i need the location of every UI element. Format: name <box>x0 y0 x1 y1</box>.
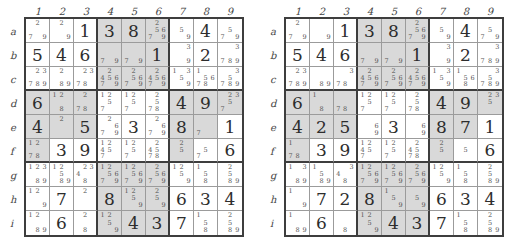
cell-i3[interactable]: 28 <box>74 211 98 235</box>
cell-i6[interactable]: 3 <box>406 211 430 235</box>
big-digit: 3 <box>194 187 217 210</box>
cell-e8[interactable]: 7 <box>454 115 478 139</box>
cell-d6[interactable]: 2578 <box>146 91 170 115</box>
big-digit: 1 <box>406 43 428 66</box>
cell-b5[interactable]: 79 <box>122 43 146 67</box>
candidates: 128 <box>50 91 73 114</box>
candidates: 28 <box>74 211 96 235</box>
cell-h1[interactable]: 19 <box>286 187 310 211</box>
cell-a1[interactable]: 279 <box>26 19 50 43</box>
cell-g2[interactable]: 12589 <box>50 163 74 187</box>
cell-h2[interactable]: 7 <box>50 187 74 211</box>
row-label-d: d <box>10 91 24 115</box>
cell-f4[interactable]: 12457 <box>358 139 382 163</box>
candidates: 348 <box>334 163 356 186</box>
cell-e7[interactable]: 8 <box>170 115 194 139</box>
big-digit: 6 <box>430 187 453 210</box>
candidates: 39 <box>170 43 193 66</box>
cell-g5[interactable]: 125679 <box>122 163 146 187</box>
cell-h8[interactable]: 3 <box>194 187 218 211</box>
cell-d3[interactable]: 78 <box>334 91 358 115</box>
cell-a9[interactable]: 579 <box>218 19 242 43</box>
cell-d9[interactable]: 235 <box>478 91 502 115</box>
big-digit: 6 <box>286 91 309 114</box>
candidates: 579 <box>218 19 242 42</box>
candidates: 25679 <box>406 19 428 42</box>
candidates: 158 <box>194 211 217 235</box>
cell-f2[interactable]: 3 <box>310 139 334 163</box>
cell-f9[interactable]: 6 <box>218 139 242 163</box>
cell-c5[interactable]: 25679 <box>382 67 406 91</box>
candidates: 1257 <box>98 91 121 114</box>
cell-d4[interactable]: 1257 <box>98 91 122 115</box>
cell-c3[interactable]: 378 <box>334 67 358 91</box>
cell-i1[interactable]: 189 <box>286 211 310 235</box>
cell-d1[interactable]: 6 <box>26 91 50 115</box>
cell-g7[interactable]: 1259 <box>430 163 454 187</box>
row-label-b: b <box>270 43 284 67</box>
col-label-6: 6 <box>406 6 430 17</box>
cell-a9[interactable]: 579 <box>478 19 502 43</box>
cell-h4[interactable]: 8 <box>358 187 382 211</box>
left-column-labels: 123456789 <box>24 1 244 17</box>
candidates: 24578 <box>406 139 428 161</box>
candidates: 1389 <box>286 163 309 186</box>
cell-f3[interactable]: 9 <box>74 139 98 163</box>
cell-g6[interactable]: 25679 <box>406 163 430 187</box>
cell-h6[interactable]: 59 <box>406 187 430 211</box>
cell-a8[interactable]: 4 <box>194 19 218 43</box>
big-digit: 6 <box>218 139 242 161</box>
cell-g8[interactable]: 158 <box>454 163 478 187</box>
cell-b9[interactable]: 3789 <box>218 43 242 67</box>
cell-g1[interactable]: 12389 <box>26 163 50 187</box>
cell-f8[interactable]: 57 <box>194 139 218 163</box>
col-label-3: 3 <box>74 6 98 17</box>
cell-i6[interactable]: 3 <box>146 211 170 235</box>
candidates: 279 <box>26 19 49 42</box>
cell-g4[interactable]: 125679 <box>358 163 382 187</box>
big-digit: 1 <box>218 115 242 138</box>
cell-g6[interactable]: 25679 <box>146 163 170 187</box>
cell-e2[interactable]: 2 <box>310 115 334 139</box>
candidates: 39 <box>430 43 453 66</box>
big-digit: 3 <box>50 139 73 161</box>
cell-c3[interactable]: 2378 <box>74 67 98 91</box>
cell-h1[interactable]: 129 <box>26 187 50 211</box>
candidates: 2578 <box>406 91 428 114</box>
cell-e1[interactable]: 4 <box>26 115 50 139</box>
big-digit: 4 <box>478 187 502 210</box>
cell-c1[interactable]: 23789 <box>26 67 50 91</box>
candidates: 2589 <box>478 211 502 235</box>
candidates: 1257 <box>122 139 145 161</box>
candidates: 125679 <box>122 163 145 186</box>
col-label-1: 1 <box>286 6 310 17</box>
candidates: 69 <box>406 115 428 138</box>
row-label-g: g <box>10 163 24 187</box>
col-label-7: 7 <box>430 6 454 17</box>
right-sudoku-board: 2799138256795945795467979139237892378989… <box>284 17 504 237</box>
big-digit: 3 <box>310 139 333 161</box>
cell-i8[interactable]: 158 <box>194 211 218 235</box>
cell-g9[interactable]: 2589 <box>478 163 502 187</box>
big-digit: 2 <box>194 43 217 66</box>
cell-e2[interactable]: 2 <box>50 115 74 139</box>
candidates: 59 <box>430 19 453 42</box>
cell-i9[interactable]: 2589 <box>218 211 242 235</box>
candidates: 15678 <box>194 67 217 89</box>
cell-h7[interactable]: 6 <box>170 187 194 211</box>
big-digit: 5 <box>334 115 356 138</box>
candidates: 2 <box>50 115 73 138</box>
cell-a4[interactable]: 3 <box>98 19 122 43</box>
col-label-4: 4 <box>98 6 122 17</box>
candidates: 25679 <box>382 67 405 89</box>
big-digit: 6 <box>310 211 333 235</box>
big-digit: 4 <box>286 115 309 138</box>
cell-h8[interactable]: 3 <box>454 187 478 211</box>
cell-c4[interactable]: 245679 <box>358 67 382 91</box>
cell-d9[interactable]: 2357 <box>218 91 242 115</box>
cell-c9[interactable]: 35789 <box>478 67 502 91</box>
cell-i2[interactable]: 6 <box>50 211 74 235</box>
big-digit: 6 <box>26 91 49 114</box>
candidates: 245679 <box>358 67 381 89</box>
cell-b4[interactable]: 79 <box>358 43 382 67</box>
candidates: 1257 <box>382 139 405 161</box>
cell-f2[interactable]: 3 <box>50 139 74 163</box>
candidates: 1359 <box>430 67 453 89</box>
cell-d5[interactable]: 1257 <box>122 91 146 115</box>
big-digit: 1 <box>334 19 356 42</box>
candidates: 1259 <box>358 211 381 235</box>
cell-b6[interactable]: 1 <box>146 43 170 67</box>
candidates: 2578 <box>146 91 168 114</box>
cell-i1[interactable]: 1289 <box>26 211 50 235</box>
cell-h2[interactable]: 7 <box>310 187 334 211</box>
cell-e9[interactable]: 1 <box>218 115 242 139</box>
cell-f5[interactable]: 1257 <box>382 139 406 163</box>
cell-c8[interactable]: 1568 <box>454 67 478 91</box>
candidates: 12389 <box>26 163 49 186</box>
cell-b9[interactable]: 3789 <box>478 43 502 67</box>
candidates: 59 <box>406 187 428 210</box>
cell-c2[interactable]: 289 <box>50 67 74 91</box>
cell-e5[interactable]: 3 <box>382 115 406 139</box>
cell-i2[interactable]: 6 <box>310 211 334 235</box>
candidates: 25679 <box>122 67 145 89</box>
cell-d3[interactable]: 278 <box>74 91 98 115</box>
big-digit: 3 <box>98 19 121 42</box>
candidates: 23789 <box>286 67 309 89</box>
cell-a3[interactable]: 1 <box>334 19 358 43</box>
candidates: 5 <box>454 139 477 161</box>
big-digit: 6 <box>170 187 193 210</box>
cell-i7[interactable]: 7 <box>170 211 194 235</box>
cell-h9[interactable]: 4 <box>218 187 242 211</box>
cell-d4[interactable]: 1257 <box>358 91 382 115</box>
big-digit: 9 <box>74 139 96 161</box>
big-digit: 1 <box>146 43 168 66</box>
cell-a1[interactable]: 279 <box>286 19 310 43</box>
cell-h5[interactable]: 159 <box>382 187 406 211</box>
candidates: 259 <box>146 187 168 210</box>
candidates: 57 <box>194 139 217 161</box>
cell-i4[interactable]: 1259 <box>98 211 122 235</box>
cell-i4[interactable]: 1259 <box>358 211 382 235</box>
cell-e5[interactable]: 3 <box>122 115 146 139</box>
row-label-a: a <box>270 19 284 43</box>
cell-a3[interactable]: 1 <box>74 19 98 43</box>
cell-f5[interactable]: 1257 <box>122 139 146 163</box>
candidates: 1568 <box>454 67 477 89</box>
row-label-i: i <box>270 211 284 235</box>
candidates: 289 <box>50 67 73 89</box>
cell-h9[interactable]: 4 <box>478 187 502 211</box>
cell-f8[interactable]: 5 <box>454 139 478 163</box>
cell-a8[interactable]: 4 <box>454 19 478 43</box>
candidates: 89 <box>310 67 333 89</box>
cell-b7[interactable]: 39 <box>430 43 454 67</box>
cell-d2[interactable]: 18 <box>310 91 334 115</box>
col-label-7: 7 <box>170 6 194 17</box>
cell-c4[interactable]: 245679 <box>98 67 122 91</box>
candidates: 129 <box>26 187 49 210</box>
cell-c5[interactable]: 25679 <box>122 67 146 91</box>
cell-e4[interactable]: 69 <box>358 115 382 139</box>
cell-b3[interactable]: 6 <box>334 43 358 67</box>
big-digit: 5 <box>74 115 96 138</box>
cell-a5[interactable]: 8 <box>122 19 146 43</box>
candidates: 79 <box>122 43 145 66</box>
cell-d7[interactable]: 4 <box>170 91 194 115</box>
cell-h4[interactable]: 8 <box>98 187 122 211</box>
cell-e9[interactable]: 1 <box>478 115 502 139</box>
row-label-g: g <box>270 163 284 187</box>
sudoku-figure: 123456789 abcdefghi 27929138256795945795… <box>0 0 514 237</box>
big-digit: 8 <box>170 115 193 138</box>
cell-g3[interactable]: 348 <box>334 163 358 187</box>
cell-c7[interactable]: 1359 <box>170 67 194 91</box>
candidates: 378 <box>334 67 356 89</box>
candidates: 2357 <box>218 91 242 114</box>
candidates: 12457 <box>358 139 381 161</box>
row-label-c: c <box>10 67 24 91</box>
corner-spacer <box>10 1 24 17</box>
big-digit: 4 <box>170 91 193 114</box>
cell-a7[interactable]: 59 <box>430 19 454 43</box>
cell-f9[interactable]: 6 <box>478 139 502 163</box>
candidates: 79 <box>98 43 121 66</box>
cell-f4[interactable]: 12457 <box>98 139 122 163</box>
cell-e4[interactable]: 2679 <box>98 115 122 139</box>
cell-e6[interactable]: 2679 <box>146 115 170 139</box>
cell-d5[interactable]: 1257 <box>382 91 406 115</box>
row-label-e: e <box>270 115 284 139</box>
row-label-d: d <box>270 91 284 115</box>
row-label-f: f <box>270 139 284 163</box>
cell-d1[interactable]: 6 <box>286 91 310 115</box>
big-digit: 7 <box>310 187 333 210</box>
row-label-c: c <box>270 67 284 91</box>
cell-i9[interactable]: 2589 <box>478 211 502 235</box>
cell-c2[interactable]: 89 <box>310 67 334 91</box>
cell-f7[interactable]: 25 <box>430 139 454 163</box>
cell-h3[interactable]: 2 <box>334 187 358 211</box>
big-digit: 2 <box>310 115 333 138</box>
candidates: 79 <box>358 43 381 66</box>
candidates: 3789 <box>478 43 502 66</box>
col-label-5: 5 <box>122 6 146 17</box>
candidates: 19 <box>286 187 309 210</box>
cell-g5[interactable]: 125679 <box>382 163 406 187</box>
candidates: 245679 <box>406 67 428 89</box>
row-label-h: h <box>10 187 24 211</box>
col-label-5: 5 <box>382 6 406 17</box>
candidates: 2 <box>74 187 96 210</box>
cell-e3[interactable]: 5 <box>74 115 98 139</box>
big-digit: 8 <box>122 19 145 42</box>
cell-c7[interactable]: 1359 <box>430 67 454 91</box>
candidates: 159 <box>382 187 405 210</box>
big-digit: 8 <box>430 115 453 138</box>
cell-d8[interactable]: 9 <box>194 91 218 115</box>
cell-c8[interactable]: 15678 <box>194 67 218 91</box>
cell-f7[interactable]: 25 <box>170 139 194 163</box>
cell-g2[interactable]: 1589 <box>310 163 334 187</box>
cell-a6[interactable]: 25679 <box>146 19 170 43</box>
candidates: 35789 <box>478 67 502 89</box>
candidates: 1259 <box>170 163 193 186</box>
cell-e8[interactable]: 7 <box>194 115 218 139</box>
candidates: 1259 <box>122 187 145 210</box>
big-digit: 3 <box>146 211 168 235</box>
big-digit: 4 <box>454 19 477 42</box>
cell-a2[interactable]: 29 <box>50 19 74 43</box>
big-digit: 3 <box>382 115 405 138</box>
big-digit: 6 <box>478 139 502 161</box>
cell-g3[interactable]: 2348 <box>74 163 98 187</box>
cell-i3[interactable]: 8 <box>334 211 358 235</box>
cell-d2[interactable]: 128 <box>50 91 74 115</box>
cell-f1[interactable]: 178 <box>286 139 310 163</box>
cell-c1[interactable]: 23789 <box>286 67 310 91</box>
cell-h7[interactable]: 6 <box>430 187 454 211</box>
cell-i8[interactable]: 158 <box>454 211 478 235</box>
cell-f3[interactable]: 9 <box>334 139 358 163</box>
candidates: 2679 <box>98 115 121 138</box>
big-digit: 6 <box>74 43 96 66</box>
candidates: 1259 <box>430 163 453 186</box>
cell-h6[interactable]: 259 <box>146 187 170 211</box>
cell-g8[interactable]: 158 <box>194 163 218 187</box>
cell-a5[interactable]: 8 <box>382 19 406 43</box>
candidates: 12457 <box>98 139 121 161</box>
right-column-labels: 123456789 <box>284 1 504 17</box>
candidates: 1589 <box>310 163 333 186</box>
cell-a2[interactable]: 9 <box>310 19 334 43</box>
cell-b1[interactable]: 5 <box>286 43 310 67</box>
candidates: 9 <box>310 19 333 42</box>
cell-f6[interactable]: 24578 <box>146 139 170 163</box>
col-label-6: 6 <box>146 6 170 17</box>
big-digit: 8 <box>358 187 381 210</box>
cell-a6[interactable]: 25679 <box>406 19 430 43</box>
cell-h5[interactable]: 1259 <box>122 187 146 211</box>
candidates: 29 <box>50 19 73 42</box>
big-digit: 2 <box>454 43 477 66</box>
col-label-4: 4 <box>358 6 382 17</box>
cell-i5[interactable]: 4 <box>122 211 146 235</box>
cell-g7[interactable]: 1259 <box>170 163 194 187</box>
candidates: 579 <box>478 19 502 42</box>
cell-c6[interactable]: 245679 <box>146 67 170 91</box>
cell-b2[interactable]: 4 <box>50 43 74 67</box>
cell-b2[interactable]: 4 <box>310 43 334 67</box>
cell-e3[interactable]: 5 <box>334 115 358 139</box>
cell-a7[interactable]: 59 <box>170 19 194 43</box>
cell-e6[interactable]: 69 <box>406 115 430 139</box>
candidates: 125679 <box>382 163 405 186</box>
cell-i7[interactable]: 7 <box>430 211 454 235</box>
cell-d7[interactable]: 4 <box>430 91 454 115</box>
cell-b7[interactable]: 39 <box>170 43 194 67</box>
cell-g9[interactable]: 2589 <box>218 163 242 187</box>
candidates: 3789 <box>218 43 242 66</box>
col-label-8: 8 <box>454 6 478 17</box>
candidates: 1289 <box>26 211 49 235</box>
big-digit: 4 <box>310 43 333 66</box>
big-digit: 2 <box>334 187 356 210</box>
candidates: 1278 <box>26 139 49 161</box>
left-row-labels: abcdefghi <box>10 17 24 237</box>
big-digit: 4 <box>218 187 242 210</box>
candidates: 59 <box>170 19 193 42</box>
cell-b8[interactable]: 2 <box>454 43 478 67</box>
cell-d8[interactable]: 9 <box>454 91 478 115</box>
big-digit: 7 <box>170 211 193 235</box>
candidates: 279 <box>286 19 309 42</box>
cell-c9[interactable]: 35789 <box>218 67 242 91</box>
cell-f1[interactable]: 1278 <box>26 139 50 163</box>
big-digit: 3 <box>454 187 477 210</box>
cell-c6[interactable]: 245679 <box>406 67 430 91</box>
candidates: 245679 <box>146 67 168 89</box>
cell-b8[interactable]: 2 <box>194 43 218 67</box>
cell-h3[interactable]: 2 <box>74 187 98 211</box>
cell-e1[interactable]: 4 <box>286 115 310 139</box>
cell-g4[interactable]: 125679 <box>98 163 122 187</box>
cell-f6[interactable]: 24578 <box>406 139 430 163</box>
cell-b1[interactable]: 5 <box>26 43 50 67</box>
candidates: 1259 <box>98 211 121 235</box>
cell-b6[interactable]: 1 <box>406 43 430 67</box>
cell-d6[interactable]: 2578 <box>406 91 430 115</box>
candidates: 25679 <box>146 19 168 42</box>
candidates: 2589 <box>218 211 242 235</box>
col-label-1: 1 <box>26 6 50 17</box>
cell-e7[interactable]: 8 <box>430 115 454 139</box>
cell-b4[interactable]: 79 <box>98 43 122 67</box>
cell-a4[interactable]: 3 <box>358 19 382 43</box>
cell-g1[interactable]: 1389 <box>286 163 310 187</box>
cell-b5[interactable]: 79 <box>382 43 406 67</box>
col-label-9: 9 <box>478 6 502 17</box>
cell-b3[interactable]: 6 <box>74 43 98 67</box>
cell-i5[interactable]: 4 <box>382 211 406 235</box>
candidates: 2589 <box>218 163 242 186</box>
